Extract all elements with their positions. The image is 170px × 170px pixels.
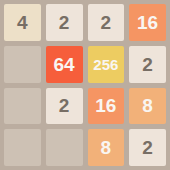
tile-8-r4c3: 8 — [88, 129, 125, 166]
tile-8-r3c4: 8 — [129, 88, 166, 125]
empty-cell-r3c1 — [4, 88, 41, 125]
empty-cell-r2c1 — [4, 46, 41, 83]
tile-4-r1c1: 4 — [4, 4, 41, 41]
tile-2-r2c4: 2 — [129, 46, 166, 83]
tile-2-r3c2: 2 — [46, 88, 83, 125]
2048-board[interactable]: 42216642562216882 — [0, 0, 170, 170]
tile-64-r2c2: 64 — [46, 46, 83, 83]
tile-2-r1c3: 2 — [88, 4, 125, 41]
tile-2-r1c2: 2 — [46, 4, 83, 41]
tile-16-r3c3: 16 — [88, 88, 125, 125]
empty-cell-r4c1 — [4, 129, 41, 166]
empty-cell-r4c2 — [46, 129, 83, 166]
tile-256-r2c3: 256 — [88, 46, 125, 83]
tile-2-r4c4: 2 — [129, 129, 166, 166]
tile-16-r1c4: 16 — [129, 4, 166, 41]
